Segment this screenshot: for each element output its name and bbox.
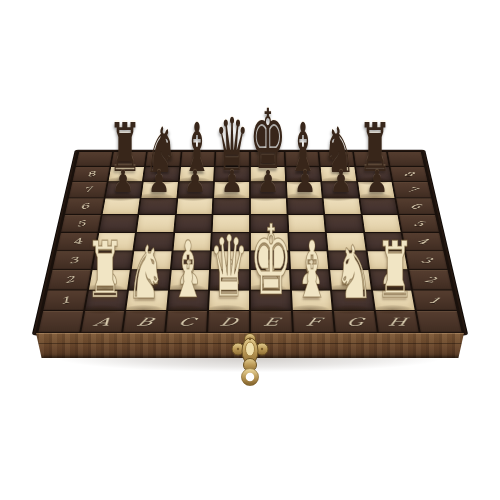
rank-number: 5 <box>411 219 426 228</box>
square-e8 <box>251 167 285 182</box>
square-d3 <box>211 251 249 269</box>
square-h8 <box>356 167 392 182</box>
rank-number: 1 <box>59 295 71 307</box>
square-h5 <box>362 215 400 232</box>
square-f8 <box>286 167 321 182</box>
file-letter: E <box>261 316 281 328</box>
square-g7 <box>322 182 358 197</box>
square-c1 <box>168 290 209 310</box>
square-a6 <box>102 198 140 214</box>
square-d1 <box>209 290 249 310</box>
square-e6 <box>251 198 286 214</box>
rank-label-right-2: 2 <box>410 270 452 289</box>
frame-tile <box>76 152 112 166</box>
frame-tile <box>354 152 389 166</box>
square-c8 <box>180 167 215 182</box>
rank-label-right-5: 5 <box>400 215 439 232</box>
square-a5 <box>99 215 137 232</box>
square-e3 <box>251 251 289 269</box>
rank-number: 6 <box>408 202 423 210</box>
square-e5 <box>251 215 287 232</box>
file-letter: A <box>92 316 114 328</box>
rank-number: 8 <box>402 170 416 178</box>
rank-number: 1 <box>427 295 443 306</box>
rank-number: 3 <box>68 255 80 266</box>
square-g8 <box>321 167 356 182</box>
square-b7 <box>142 182 178 197</box>
file-label-f: F <box>293 311 334 332</box>
file-letter: C <box>176 316 198 328</box>
square-c7 <box>178 182 213 197</box>
square-d7 <box>214 182 249 197</box>
square-a3 <box>92 251 132 269</box>
frame-tile <box>181 152 215 166</box>
square-e1 <box>251 290 291 310</box>
square-b1 <box>126 290 167 310</box>
file-letter: D <box>218 316 240 328</box>
file-letter: B <box>134 316 156 328</box>
rank-label-left-3: 3 <box>53 251 94 269</box>
rank-label-left-2: 2 <box>48 270 90 289</box>
frame-tile <box>388 152 424 166</box>
rank-label-left-4: 4 <box>57 233 97 250</box>
rank-number: 7 <box>82 185 93 194</box>
square-d8 <box>215 167 249 182</box>
square-d4 <box>212 233 249 250</box>
square-h3 <box>367 251 407 269</box>
rank-label-left-8: 8 <box>73 167 110 182</box>
file-label-b: B <box>123 311 165 332</box>
rank-number: 6 <box>79 202 90 211</box>
square-c5 <box>175 215 212 232</box>
rank-label-right-4: 4 <box>403 233 443 250</box>
frame-tile <box>111 152 146 166</box>
square-f1 <box>292 290 333 310</box>
rank-label-right-1: 1 <box>413 290 456 310</box>
square-f2 <box>291 270 331 289</box>
square-c4 <box>173 233 211 250</box>
rank-label-left-6: 6 <box>65 198 103 214</box>
rank-number: 2 <box>63 274 75 285</box>
frame-tile <box>38 311 82 332</box>
frame-tile <box>251 152 284 166</box>
square-g1 <box>332 290 373 310</box>
chessboard-plane: 8877665544332211ABCDEFGH <box>35 151 465 334</box>
square-b2 <box>129 270 169 289</box>
frame-tile <box>417 311 461 332</box>
file-label-d: D <box>208 311 249 332</box>
square-f7 <box>287 182 322 197</box>
file-letter: F <box>304 316 323 328</box>
square-b4 <box>135 233 174 250</box>
square-g4 <box>327 233 366 250</box>
rank-number: 8 <box>86 170 97 179</box>
chess-box-photo: 8877665544332211ABCDEFGH ♜♞♝♛♚♝♞♜♟♟♟♟♟♟♟… <box>0 0 500 500</box>
rank-number: 2 <box>423 275 439 285</box>
rank-label-left-1: 1 <box>43 290 86 310</box>
square-h1 <box>373 290 415 310</box>
rank-label-right-6: 6 <box>397 198 435 214</box>
square-c6 <box>177 198 213 214</box>
square-g2 <box>330 270 370 289</box>
square-h6 <box>360 198 398 214</box>
rank-label-left-7: 7 <box>69 182 107 197</box>
frame-tile <box>285 152 319 166</box>
chessboard-grid: 8877665544332211ABCDEFGH <box>35 151 465 334</box>
square-f4 <box>289 233 327 250</box>
square-e7 <box>251 182 286 197</box>
file-letter: G <box>345 316 365 328</box>
rank-number: 7 <box>405 186 420 194</box>
file-label-c: C <box>166 311 207 332</box>
square-f5 <box>288 215 325 232</box>
square-a2 <box>89 270 130 289</box>
file-label-g: G <box>334 311 376 332</box>
square-e2 <box>251 270 290 289</box>
square-f3 <box>290 251 329 269</box>
frame-tile <box>319 152 354 166</box>
rank-label-right-7: 7 <box>394 182 432 197</box>
brass-clasp <box>227 332 273 388</box>
square-h7 <box>358 182 395 197</box>
square-g5 <box>325 215 363 232</box>
frame-tile <box>216 152 249 166</box>
square-g6 <box>324 198 361 214</box>
square-a1 <box>85 290 127 310</box>
file-label-e: E <box>251 311 292 332</box>
rank-number: 4 <box>71 236 83 246</box>
frame-tile <box>146 152 181 166</box>
rank-number: 5 <box>75 219 86 229</box>
square-e4 <box>251 233 288 250</box>
square-c2 <box>170 270 210 289</box>
square-b6 <box>139 198 176 214</box>
square-d5 <box>213 215 249 232</box>
file-label-a: A <box>81 311 124 332</box>
square-d6 <box>214 198 249 214</box>
square-a8 <box>108 167 144 182</box>
square-b8 <box>144 167 179 182</box>
square-h2 <box>370 270 411 289</box>
rank-number: 3 <box>419 255 435 265</box>
rank-label-left-5: 5 <box>61 215 100 232</box>
rank-label-right-8: 8 <box>391 167 428 182</box>
square-c3 <box>172 251 211 269</box>
square-f6 <box>287 198 323 214</box>
file-label-h: H <box>376 311 419 332</box>
rank-label-right-3: 3 <box>406 251 447 269</box>
square-a4 <box>96 233 135 250</box>
file-letter: H <box>386 316 407 328</box>
square-b3 <box>132 251 171 269</box>
square-a7 <box>105 182 142 197</box>
rank-number: 4 <box>415 237 430 246</box>
square-b5 <box>137 215 175 232</box>
square-h4 <box>365 233 404 250</box>
square-g3 <box>329 251 368 269</box>
square-d2 <box>210 270 249 289</box>
